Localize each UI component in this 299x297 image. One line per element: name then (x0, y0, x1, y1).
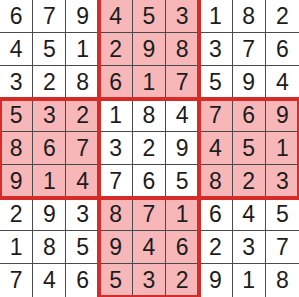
cell-r8c3[interactable]: 5 (66, 231, 99, 264)
cell-r5c9[interactable]: 1 (266, 132, 299, 165)
cell-r7c8[interactable]: 4 (233, 198, 266, 231)
cell-r8c9[interactable]: 7 (266, 231, 299, 264)
cell-r4c8[interactable]: 6 (233, 99, 266, 132)
cell-r4c5[interactable]: 8 (133, 99, 166, 132)
cell-r4c4[interactable]: 1 (100, 99, 133, 132)
cell-r4c1[interactable]: 5 (0, 99, 33, 132)
cell-r1c6[interactable]: 3 (166, 0, 199, 33)
cell-r6c4[interactable]: 7 (100, 165, 133, 198)
cell-r1c1[interactable]: 6 (0, 0, 33, 33)
cell-r1c7[interactable]: 1 (199, 0, 232, 33)
cell-r3c7[interactable]: 5 (199, 66, 232, 99)
cell-r4c2[interactable]: 3 (33, 99, 66, 132)
cell-r9c1[interactable]: 7 (0, 264, 33, 297)
cell-r5c4[interactable]: 3 (100, 132, 133, 165)
cell-r2c2[interactable]: 5 (33, 33, 66, 66)
cell-r3c3[interactable]: 8 (66, 66, 99, 99)
cell-r6c3[interactable]: 4 (66, 165, 99, 198)
cell-r2c5[interactable]: 9 (133, 33, 166, 66)
cell-r5c6[interactable]: 9 (166, 132, 199, 165)
cell-r9c7[interactable]: 9 (199, 264, 232, 297)
cell-r7c5[interactable]: 7 (133, 198, 166, 231)
cell-r7c2[interactable]: 9 (33, 198, 66, 231)
cell-r4c9[interactable]: 9 (266, 99, 299, 132)
cell-r6c2[interactable]: 1 (33, 165, 66, 198)
cell-r6c9[interactable]: 3 (266, 165, 299, 198)
cell-r7c1[interactable]: 2 (0, 198, 33, 231)
cell-r7c6[interactable]: 1 (166, 198, 199, 231)
cell-r3c6[interactable]: 7 (166, 66, 199, 99)
cell-r2c3[interactable]: 1 (66, 33, 99, 66)
cell-r4c3[interactable]: 2 (66, 99, 99, 132)
cell-r3c9[interactable]: 4 (266, 66, 299, 99)
cell-r8c4[interactable]: 9 (100, 231, 133, 264)
cell-r8c5[interactable]: 4 (133, 231, 166, 264)
cell-r3c8[interactable]: 9 (233, 66, 266, 99)
cell-r6c6[interactable]: 5 (166, 165, 199, 198)
cell-r1c5[interactable]: 5 (133, 0, 166, 33)
cell-r5c8[interactable]: 5 (233, 132, 266, 165)
cell-r6c5[interactable]: 6 (133, 165, 166, 198)
sudoku-board: 6794531824512983763286175945321847698673… (0, 0, 299, 297)
cell-r5c3[interactable]: 7 (66, 132, 99, 165)
cell-r8c1[interactable]: 1 (0, 231, 33, 264)
cell-r2c7[interactable]: 3 (199, 33, 232, 66)
cell-r1c2[interactable]: 7 (33, 0, 66, 33)
sudoku-grid: 6794531824512983763286175945321847698673… (0, 0, 299, 297)
cell-r3c5[interactable]: 1 (133, 66, 166, 99)
cell-r1c9[interactable]: 2 (266, 0, 299, 33)
cell-r5c1[interactable]: 8 (0, 132, 33, 165)
cell-r6c8[interactable]: 2 (233, 165, 266, 198)
cell-r1c8[interactable]: 8 (233, 0, 266, 33)
cell-r8c2[interactable]: 8 (33, 231, 66, 264)
cell-r9c9[interactable]: 8 (266, 264, 299, 297)
cell-r9c3[interactable]: 6 (66, 264, 99, 297)
cell-r5c7[interactable]: 4 (199, 132, 232, 165)
cell-r6c7[interactable]: 8 (199, 165, 232, 198)
cell-r5c2[interactable]: 6 (33, 132, 66, 165)
cell-r9c4[interactable]: 5 (100, 264, 133, 297)
cell-r9c6[interactable]: 2 (166, 264, 199, 297)
cell-r2c4[interactable]: 2 (100, 33, 133, 66)
cell-r7c7[interactable]: 6 (199, 198, 232, 231)
cell-r7c3[interactable]: 3 (66, 198, 99, 231)
cell-r8c8[interactable]: 3 (233, 231, 266, 264)
cell-r4c6[interactable]: 4 (166, 99, 199, 132)
cell-r2c6[interactable]: 8 (166, 33, 199, 66)
cell-r4c7[interactable]: 7 (199, 99, 232, 132)
cell-r8c6[interactable]: 6 (166, 231, 199, 264)
cell-r7c9[interactable]: 5 (266, 198, 299, 231)
cell-r9c2[interactable]: 4 (33, 264, 66, 297)
cell-r9c8[interactable]: 1 (233, 264, 266, 297)
cell-r5c5[interactable]: 2 (133, 132, 166, 165)
cell-r1c3[interactable]: 9 (66, 0, 99, 33)
cell-r3c2[interactable]: 2 (33, 66, 66, 99)
cell-r8c7[interactable]: 2 (199, 231, 232, 264)
cell-r7c4[interactable]: 8 (100, 198, 133, 231)
cell-r3c4[interactable]: 6 (100, 66, 133, 99)
cell-r1c4[interactable]: 4 (100, 0, 133, 33)
cell-r3c1[interactable]: 3 (0, 66, 33, 99)
cell-r9c5[interactable]: 3 (133, 264, 166, 297)
cell-r6c1[interactable]: 9 (0, 165, 33, 198)
cell-r2c8[interactable]: 7 (233, 33, 266, 66)
cell-r2c1[interactable]: 4 (0, 33, 33, 66)
cell-r2c9[interactable]: 6 (266, 33, 299, 66)
